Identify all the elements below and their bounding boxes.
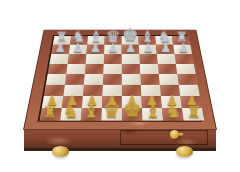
square-a6: [50, 54, 69, 64]
piece-gold-rook-h1: ♜: [177, 104, 211, 120]
chess-set-photo: ♜♞♝♛♚♝♞♜♟♟♟♟♟♟♟♟♟♟♟♟♟♟♟♟♜♞♝♛♚♝♞♜: [0, 0, 240, 172]
square-c4: [84, 74, 103, 85]
square-h1: ♜: [182, 108, 204, 121]
piece-silver-pawn-h7: ♟: [169, 42, 198, 54]
square-a5: [48, 64, 68, 74]
storage-drawer: [120, 130, 208, 145]
square-h6: [174, 54, 193, 64]
square-b4: [65, 74, 85, 85]
square-e4: [122, 74, 141, 85]
board: ♜♞♝♛♚♝♞♜♟♟♟♟♟♟♟♟♟♟♟♟♟♟♟♟♜♞♝♛♚♝♞♜: [23, 30, 217, 130]
drawer-knob-stem: [179, 133, 183, 136]
square-c6: [86, 54, 104, 64]
square-f5: [140, 64, 159, 74]
board-frame: ♜♞♝♛♚♝♞♜♟♟♟♟♟♟♟♟♟♟♟♟♟♟♟♟♜♞♝♛♚♝♞♜: [23, 30, 217, 130]
square-g6: [157, 54, 176, 64]
square-e6: [122, 54, 140, 64]
square-g4: [159, 74, 179, 85]
square-f6: [139, 54, 158, 64]
square-g5: [158, 64, 177, 74]
square-a4: [46, 74, 66, 85]
square-b6: [68, 54, 87, 64]
square-c5: [85, 64, 104, 74]
drawer-knob: [170, 130, 179, 139]
square-d4: [103, 74, 122, 85]
square-b5: [66, 64, 85, 74]
chessboard-grid: ♜♞♝♛♚♝♞♜♟♟♟♟♟♟♟♟♟♟♟♟♟♟♟♟♜♞♝♛♚♝♞♜: [37, 35, 202, 122]
bun-foot-right: [176, 146, 193, 157]
square-d5: [103, 64, 121, 74]
bun-foot-left: [52, 146, 69, 157]
square-e5: [122, 64, 141, 74]
square-h5: [176, 64, 196, 74]
square-h4: [177, 74, 197, 85]
square-d6: [104, 54, 122, 64]
square-f4: [140, 74, 160, 85]
square-h7: ♟: [173, 45, 192, 54]
